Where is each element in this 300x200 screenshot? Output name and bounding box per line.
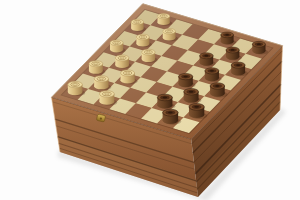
checkers-box-photo bbox=[0, 0, 300, 200]
piece-crown-center bbox=[231, 49, 235, 51]
piece-base bbox=[158, 20, 170, 25]
piece-base bbox=[205, 75, 219, 81]
piece-base bbox=[121, 77, 135, 83]
piece-base bbox=[131, 26, 143, 31]
piece-crown-center bbox=[210, 70, 214, 72]
piece-base bbox=[231, 69, 245, 75]
piece-base bbox=[189, 111, 204, 118]
product-photo bbox=[0, 0, 300, 200]
piece-base bbox=[68, 89, 83, 95]
piece-base bbox=[157, 102, 172, 109]
piece-base bbox=[221, 39, 234, 45]
piece-base bbox=[184, 96, 199, 102]
piece-crown-center bbox=[225, 34, 229, 36]
piece-base bbox=[178, 81, 192, 87]
piece-base bbox=[163, 35, 176, 41]
piece-crown-center bbox=[194, 106, 199, 108]
piece-crown-center bbox=[257, 43, 261, 45]
piece-base bbox=[142, 56, 155, 62]
piece-crown-center bbox=[236, 64, 240, 66]
piece-crown-center bbox=[163, 97, 168, 99]
piece-base bbox=[94, 83, 108, 89]
piece-base bbox=[115, 62, 129, 68]
piece-base bbox=[110, 47, 123, 53]
piece-base bbox=[136, 41, 149, 47]
piece-base bbox=[210, 90, 225, 96]
piece-crown-center bbox=[168, 112, 173, 114]
piece-crown-center bbox=[189, 91, 193, 93]
piece-base bbox=[99, 98, 114, 104]
piece-base bbox=[226, 54, 239, 60]
piece-base bbox=[89, 68, 103, 74]
piece-base bbox=[252, 48, 265, 54]
piece-crown-center bbox=[215, 85, 219, 87]
piece-base bbox=[163, 117, 179, 124]
brass-latch-icon bbox=[96, 114, 105, 122]
piece-crown-center bbox=[204, 55, 208, 57]
piece-base bbox=[200, 60, 214, 66]
piece-crown-center bbox=[183, 76, 187, 78]
